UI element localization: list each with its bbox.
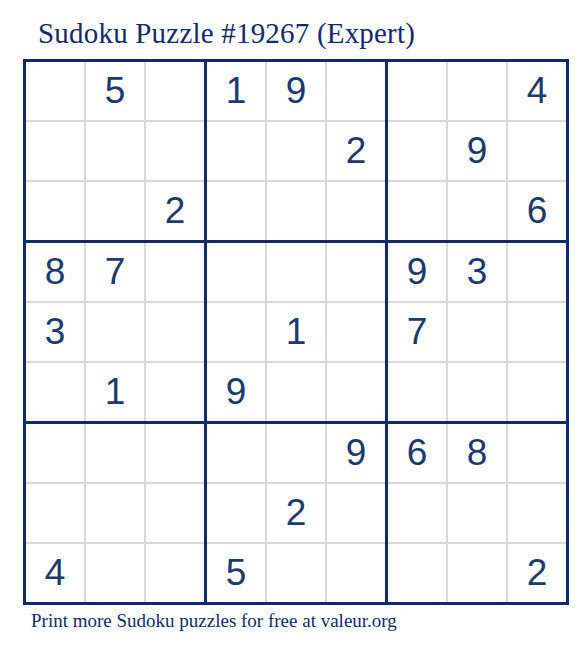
- sudoku-box: 682: [388, 424, 566, 602]
- sudoku-cell: [448, 484, 506, 542]
- sudoku-cell: [508, 122, 566, 180]
- sudoku-cell: [448, 544, 506, 602]
- sudoku-cell: [146, 424, 204, 482]
- sudoku-cell: 6: [388, 424, 446, 482]
- sudoku-grid: 521924968731199374925682: [23, 59, 569, 605]
- sudoku-cell: [388, 484, 446, 542]
- sudoku-box: 496: [388, 62, 566, 240]
- sudoku-cell: [508, 363, 566, 421]
- sudoku-cell: [267, 424, 325, 482]
- sudoku-cell: [146, 363, 204, 421]
- sudoku-cell: [207, 122, 265, 180]
- page-title: Sudoku Puzzle #19267 (Expert): [38, 17, 415, 50]
- sudoku-cell: [207, 303, 265, 361]
- sudoku-cell: [86, 182, 144, 240]
- sudoku-cell: [327, 303, 385, 361]
- sudoku-cell: 1: [86, 363, 144, 421]
- sudoku-cell: 9: [448, 122, 506, 180]
- sudoku-cell: [146, 243, 204, 301]
- sudoku-cell: [327, 484, 385, 542]
- sudoku-cell: [146, 544, 204, 602]
- sudoku-board-container: 521924968731199374925682: [23, 59, 569, 605]
- sudoku-cell: [388, 544, 446, 602]
- sudoku-cell: 7: [388, 303, 446, 361]
- sudoku-cell: [448, 182, 506, 240]
- sudoku-cell: 1: [267, 303, 325, 361]
- sudoku-cell: 8: [26, 243, 84, 301]
- sudoku-cell: [327, 62, 385, 120]
- sudoku-box: 19: [207, 243, 385, 421]
- sudoku-cell: 9: [207, 363, 265, 421]
- sudoku-cell: [508, 484, 566, 542]
- sudoku-cell: 9: [267, 62, 325, 120]
- footer-text: Print more Sudoku puzzles for free at va…: [31, 610, 397, 632]
- sudoku-cell: [146, 484, 204, 542]
- sudoku-cell: [508, 424, 566, 482]
- sudoku-cell: 7: [86, 243, 144, 301]
- sudoku-cell: [86, 424, 144, 482]
- sudoku-cell: 6: [508, 182, 566, 240]
- sudoku-cell: 5: [86, 62, 144, 120]
- sudoku-cell: 3: [448, 243, 506, 301]
- sudoku-cell: 3: [26, 303, 84, 361]
- sudoku-cell: [327, 182, 385, 240]
- sudoku-cell: [26, 182, 84, 240]
- sudoku-cell: [146, 122, 204, 180]
- sudoku-cell: [327, 544, 385, 602]
- sudoku-cell: [267, 243, 325, 301]
- sudoku-cell: [146, 303, 204, 361]
- sudoku-cell: [388, 122, 446, 180]
- sudoku-cell: 2: [267, 484, 325, 542]
- sudoku-cell: [86, 484, 144, 542]
- sudoku-cell: [207, 182, 265, 240]
- sudoku-cell: [388, 182, 446, 240]
- sudoku-cell: 5: [207, 544, 265, 602]
- sudoku-cell: [448, 303, 506, 361]
- sudoku-cell: 2: [327, 122, 385, 180]
- sudoku-cell: [267, 363, 325, 421]
- sudoku-cell: [26, 424, 84, 482]
- sudoku-cell: 9: [327, 424, 385, 482]
- sudoku-box: 52: [26, 62, 204, 240]
- sudoku-cell: [207, 424, 265, 482]
- sudoku-box: 192: [207, 62, 385, 240]
- sudoku-cell: [146, 62, 204, 120]
- sudoku-cell: [267, 544, 325, 602]
- sudoku-cell: [86, 303, 144, 361]
- sudoku-cell: [267, 122, 325, 180]
- sudoku-box: 925: [207, 424, 385, 602]
- sudoku-cell: [86, 544, 144, 602]
- sudoku-cell: [267, 182, 325, 240]
- sudoku-cell: [26, 122, 84, 180]
- sudoku-cell: 4: [508, 62, 566, 120]
- sudoku-cell: [448, 363, 506, 421]
- sudoku-cell: 9: [388, 243, 446, 301]
- sudoku-cell: [448, 62, 506, 120]
- sudoku-cell: [26, 62, 84, 120]
- sudoku-cell: 2: [146, 182, 204, 240]
- sudoku-cell: 2: [508, 544, 566, 602]
- sudoku-cell: [327, 363, 385, 421]
- sudoku-cell: [388, 62, 446, 120]
- sudoku-cell: 8: [448, 424, 506, 482]
- sudoku-box: 4: [26, 424, 204, 602]
- sudoku-cell: [207, 484, 265, 542]
- sudoku-cell: 4: [26, 544, 84, 602]
- sudoku-box: 937: [388, 243, 566, 421]
- sudoku-cell: [508, 303, 566, 361]
- sudoku-cell: [327, 243, 385, 301]
- sudoku-cell: [388, 363, 446, 421]
- sudoku-cell: [26, 363, 84, 421]
- sudoku-box: 8731: [26, 243, 204, 421]
- sudoku-cell: [207, 243, 265, 301]
- sudoku-cell: [26, 484, 84, 542]
- sudoku-cell: 1: [207, 62, 265, 120]
- sudoku-cell: [86, 122, 144, 180]
- sudoku-cell: [508, 243, 566, 301]
